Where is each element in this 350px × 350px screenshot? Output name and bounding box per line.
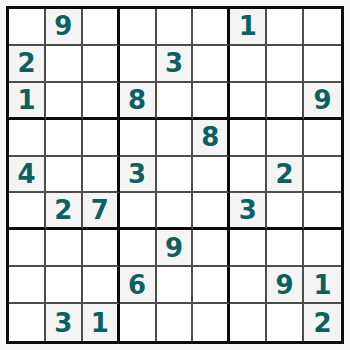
cell-r1c4[interactable] xyxy=(120,9,157,46)
cell-r3c4[interactable]: 8 xyxy=(120,83,157,120)
cell-r2c2[interactable] xyxy=(46,46,83,83)
cell-r8c7[interactable] xyxy=(230,267,267,304)
cell-r3c2[interactable] xyxy=(46,83,83,120)
sudoku-board: 912318984322739691312 xyxy=(6,6,344,344)
cell-r8c6[interactable] xyxy=(193,267,230,304)
cell-r3c5[interactable] xyxy=(157,83,194,120)
cell-r6c3[interactable]: 7 xyxy=(83,193,120,230)
cell-r2c6[interactable] xyxy=(193,46,230,83)
cell-r3c7[interactable] xyxy=(230,83,267,120)
cell-r8c1[interactable] xyxy=(9,267,46,304)
cell-r5c2[interactable] xyxy=(46,157,83,194)
cell-r5c1[interactable]: 4 xyxy=(9,157,46,194)
cell-r9c6[interactable] xyxy=(193,304,230,341)
cell-r2c5[interactable]: 3 xyxy=(157,46,194,83)
cell-r4c3[interactable] xyxy=(83,120,120,157)
cell-r7c9[interactable] xyxy=(304,230,341,267)
cell-r4c9[interactable] xyxy=(304,120,341,157)
cell-r2c9[interactable] xyxy=(304,46,341,83)
cell-r1c5[interactable] xyxy=(157,9,194,46)
cell-r6c8[interactable] xyxy=(267,193,304,230)
cell-r9c4[interactable] xyxy=(120,304,157,341)
cell-r9c8[interactable] xyxy=(267,304,304,341)
cell-r7c7[interactable] xyxy=(230,230,267,267)
cell-r2c7[interactable] xyxy=(230,46,267,83)
cell-r1c1[interactable] xyxy=(9,9,46,46)
cell-r9c3[interactable]: 1 xyxy=(83,304,120,341)
cell-r7c8[interactable] xyxy=(267,230,304,267)
cell-r8c5[interactable] xyxy=(157,267,194,304)
cell-r2c1[interactable]: 2 xyxy=(9,46,46,83)
cell-r3c6[interactable] xyxy=(193,83,230,120)
cell-r7c3[interactable] xyxy=(83,230,120,267)
cell-r3c3[interactable] xyxy=(83,83,120,120)
cell-r6c6[interactable] xyxy=(193,193,230,230)
cell-r4c4[interactable] xyxy=(120,120,157,157)
cell-r3c8[interactable] xyxy=(267,83,304,120)
cell-r9c7[interactable] xyxy=(230,304,267,341)
cell-r5c6[interactable] xyxy=(193,157,230,194)
sudoku-grid: 912318984322739691312 xyxy=(9,9,341,341)
cell-r5c4[interactable]: 3 xyxy=(120,157,157,194)
cell-r2c3[interactable] xyxy=(83,46,120,83)
cell-r1c3[interactable] xyxy=(83,9,120,46)
cell-r5c7[interactable] xyxy=(230,157,267,194)
cell-r8c2[interactable] xyxy=(46,267,83,304)
cell-r8c8[interactable]: 9 xyxy=(267,267,304,304)
cell-r7c4[interactable] xyxy=(120,230,157,267)
cell-r4c8[interactable] xyxy=(267,120,304,157)
cell-r5c3[interactable] xyxy=(83,157,120,194)
cell-r4c6[interactable]: 8 xyxy=(193,120,230,157)
cell-r6c4[interactable] xyxy=(120,193,157,230)
cell-r9c1[interactable] xyxy=(9,304,46,341)
cell-r8c9[interactable]: 1 xyxy=(304,267,341,304)
cell-r7c6[interactable] xyxy=(193,230,230,267)
cell-r8c4[interactable]: 6 xyxy=(120,267,157,304)
cell-r4c5[interactable] xyxy=(157,120,194,157)
cell-r9c5[interactable] xyxy=(157,304,194,341)
cell-r5c9[interactable] xyxy=(304,157,341,194)
cell-r6c9[interactable] xyxy=(304,193,341,230)
cell-r5c5[interactable] xyxy=(157,157,194,194)
cell-r6c7[interactable]: 3 xyxy=(230,193,267,230)
cell-r7c1[interactable] xyxy=(9,230,46,267)
cell-r5c8[interactable]: 2 xyxy=(267,157,304,194)
cell-r1c2[interactable]: 9 xyxy=(46,9,83,46)
cell-r8c3[interactable] xyxy=(83,267,120,304)
cell-r9c2[interactable]: 3 xyxy=(46,304,83,341)
cell-r3c1[interactable]: 1 xyxy=(9,83,46,120)
cell-r1c9[interactable] xyxy=(304,9,341,46)
cell-r1c8[interactable] xyxy=(267,9,304,46)
cell-r7c2[interactable] xyxy=(46,230,83,267)
cell-r4c1[interactable] xyxy=(9,120,46,157)
cell-r9c9[interactable]: 2 xyxy=(304,304,341,341)
cell-r1c6[interactable] xyxy=(193,9,230,46)
cell-r1c7[interactable]: 1 xyxy=(230,9,267,46)
cell-r6c2[interactable]: 2 xyxy=(46,193,83,230)
cell-r2c4[interactable] xyxy=(120,46,157,83)
cell-r4c7[interactable] xyxy=(230,120,267,157)
cell-r7c5[interactable]: 9 xyxy=(157,230,194,267)
cell-r4c2[interactable] xyxy=(46,120,83,157)
cell-r3c9[interactable]: 9 xyxy=(304,83,341,120)
cell-r2c8[interactable] xyxy=(267,46,304,83)
cell-r6c5[interactable] xyxy=(157,193,194,230)
cell-r6c1[interactable] xyxy=(9,193,46,230)
